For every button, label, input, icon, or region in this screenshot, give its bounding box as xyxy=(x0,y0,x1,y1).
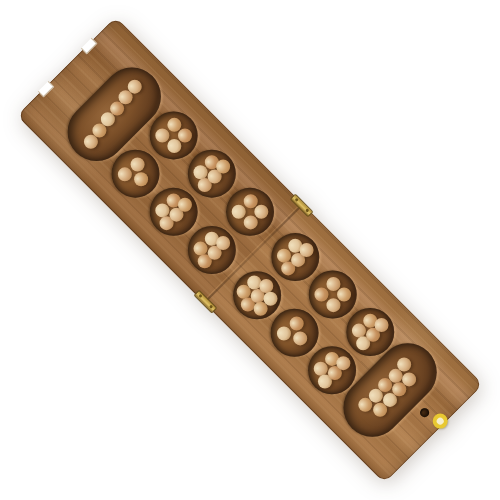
latch-notch-left xyxy=(38,81,54,97)
store-top-left xyxy=(56,56,173,173)
seed-bead xyxy=(131,169,151,189)
store-bottom-right xyxy=(331,331,448,448)
latch-notch-right xyxy=(81,38,97,54)
yellow-tag xyxy=(430,411,451,432)
mancala-board xyxy=(17,17,484,484)
seed-bead xyxy=(290,328,310,348)
photo-canvas xyxy=(0,0,500,500)
peg-hole xyxy=(418,406,431,419)
mancala-board-wrap xyxy=(0,0,500,500)
